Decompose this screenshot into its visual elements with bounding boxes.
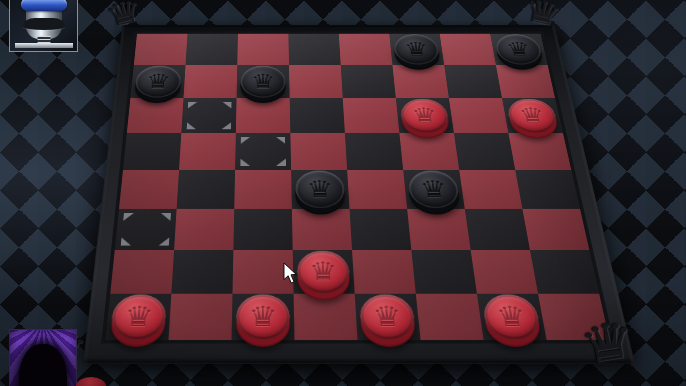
crown-emboss: ♛ (505, 40, 533, 59)
frame-crown-emblem: ♛ (576, 309, 640, 375)
marker-corner-triangle (241, 159, 251, 166)
board-square-overlay (416, 294, 484, 340)
crown-emboss: ♛ (308, 259, 338, 285)
crown-emboss: ♛ (403, 40, 430, 59)
black-checker-piece[interactable]: ♛ (134, 66, 182, 98)
board-square-overlay (352, 250, 416, 294)
player-avatar-hooded (9, 329, 77, 386)
board-square-overlay (339, 34, 393, 65)
crown-emboss: ♛ (123, 303, 155, 331)
board-square-overlay (177, 170, 235, 209)
red-checker-piece[interactable]: ♛ (359, 294, 416, 339)
board-square-overlay (290, 98, 345, 133)
board-square-overlay (237, 34, 289, 65)
board-square-overlay (345, 133, 403, 170)
marker-corner-triangle (121, 238, 132, 246)
board-square-overlay (290, 133, 347, 170)
board-square-overlay (465, 209, 530, 250)
red-checker-piece[interactable]: ♛ (236, 294, 290, 339)
game-window: ♛♛♛♛♛♛♛♛♛♛♛♛♛ ♛ ♛ ♛ ♛ (0, 0, 686, 386)
black-checker-piece[interactable]: ♛ (494, 34, 544, 64)
board-square-overlay (289, 65, 343, 98)
marker-corner-triangle (124, 213, 135, 221)
board-square-overlay (186, 34, 238, 65)
board-square-overlay (171, 250, 233, 294)
marker-corner-triangle (276, 137, 286, 144)
hooded-silhouette (19, 344, 67, 386)
board-square-overlay (530, 250, 599, 294)
marker-corner-triangle (241, 137, 251, 144)
checkers-board-frame: ♛♛♛♛♛♛♛♛♛♛♛♛♛ (83, 25, 635, 364)
board-square-overlay (392, 65, 448, 98)
board-square-overlay (294, 294, 358, 340)
playfield: ♛♛♛♛♛♛♛♛♛♛♛♛♛ (101, 32, 614, 344)
board-square-overlay (292, 209, 352, 250)
black-checker-piece[interactable]: ♛ (393, 34, 441, 64)
red-checker-piece[interactable]: ♛ (110, 294, 167, 339)
board-square-overlay (123, 133, 181, 170)
black-checker-piece[interactable]: ♛ (240, 66, 286, 98)
board-square-overlay (179, 133, 236, 170)
board-square-overlay (235, 133, 291, 170)
board-square-overlay: ♛ (490, 34, 548, 65)
board-square-overlay (119, 170, 179, 209)
pieces-grid: ♛♛♛♛♛♛♛♛♛♛♛♛♛ (105, 34, 609, 340)
board-square-overlay (168, 294, 232, 340)
board-perspective-wrapper: ♛♛♛♛♛♛♛♛♛♛♛♛♛ (52, 0, 635, 364)
robot-visor-band (21, 0, 67, 11)
move-hint-marker (121, 213, 171, 246)
board-square-overlay: ♛ (130, 65, 185, 98)
move-hint-marker (187, 102, 231, 130)
crown-emboss: ♛ (251, 72, 276, 92)
board-square-overlay (174, 209, 234, 250)
robot-mustache (23, 18, 65, 30)
marker-corner-triangle (188, 102, 198, 109)
robot-shoulder-bar (15, 43, 73, 48)
marker-corner-triangle (160, 213, 171, 221)
mouse-cursor (283, 263, 297, 284)
board-square-overlay: ♛ (237, 65, 290, 98)
board-square-overlay (350, 209, 412, 250)
board-square-overlay: ♛ (355, 294, 421, 340)
board-square-overlay (288, 34, 340, 65)
board-square-overlay (449, 98, 509, 133)
crown-emboss: ♛ (306, 177, 334, 200)
red-checker-piece[interactable]: ♛ (481, 294, 542, 339)
board-square-overlay (440, 34, 496, 65)
move-hint-marker (241, 137, 286, 166)
board-square-overlay (134, 34, 188, 65)
board-square-overlay: ♛ (396, 98, 454, 133)
board-square-overlay (471, 250, 538, 294)
board-square-overlay (411, 250, 477, 294)
board-square-overlay: ♛ (403, 170, 465, 209)
board-square-overlay (183, 65, 237, 98)
board-square-overlay (496, 65, 555, 98)
board-square-overlay (399, 133, 459, 170)
board-square-overlay: ♛ (291, 170, 349, 209)
marker-corner-triangle (222, 102, 231, 109)
board-square-overlay (444, 65, 502, 98)
board-square-overlay: ♛ (293, 250, 355, 294)
board-square-overlay (181, 98, 236, 133)
board-square-overlay (341, 65, 396, 98)
black-checker-piece[interactable]: ♛ (295, 170, 345, 208)
board-square-overlay: ♛ (105, 294, 171, 340)
crown-emboss: ♛ (248, 303, 278, 331)
board-square-overlay: ♛ (232, 294, 295, 340)
red-checker-piece[interactable]: ♛ (400, 99, 450, 133)
board-square-overlay (347, 170, 407, 209)
crown-emboss: ♛ (371, 303, 403, 331)
board-square-overlay: ♛ (502, 98, 563, 133)
board-square-overlay (454, 133, 515, 170)
board-square-overlay (127, 98, 184, 133)
board-square-overlay: ♛ (389, 34, 444, 65)
red-checker-piece[interactable]: ♛ (506, 99, 559, 133)
crown-emboss: ♛ (419, 177, 449, 200)
board-square-overlay (522, 209, 589, 250)
marker-corner-triangle (276, 159, 286, 166)
board-square-overlay (407, 209, 471, 250)
board-square-overlay (508, 133, 571, 170)
board-square-overlay: ♛ (477, 294, 547, 340)
board-square-overlay (236, 98, 291, 133)
board-square-overlay (233, 209, 292, 250)
board-square-overlay (459, 170, 522, 209)
board-square-overlay (234, 170, 292, 209)
crown-emboss: ♛ (145, 72, 172, 92)
crown-emboss: ♛ (494, 303, 528, 331)
crown-emboss: ♛ (410, 105, 438, 126)
opponent-avatar-robot (9, 0, 78, 52)
marker-corner-triangle (158, 238, 169, 246)
marker-corner-triangle (221, 123, 231, 130)
crown-emboss: ♛ (517, 105, 547, 126)
black-checker-piece[interactable]: ♛ (407, 170, 460, 208)
board-square-overlay (343, 98, 400, 133)
board-square-overlay (110, 250, 174, 294)
board-square-overlay (115, 209, 177, 250)
marker-corner-triangle (187, 123, 197, 130)
board-square-overlay (515, 170, 580, 209)
red-checker-piece[interactable]: ♛ (297, 251, 350, 293)
